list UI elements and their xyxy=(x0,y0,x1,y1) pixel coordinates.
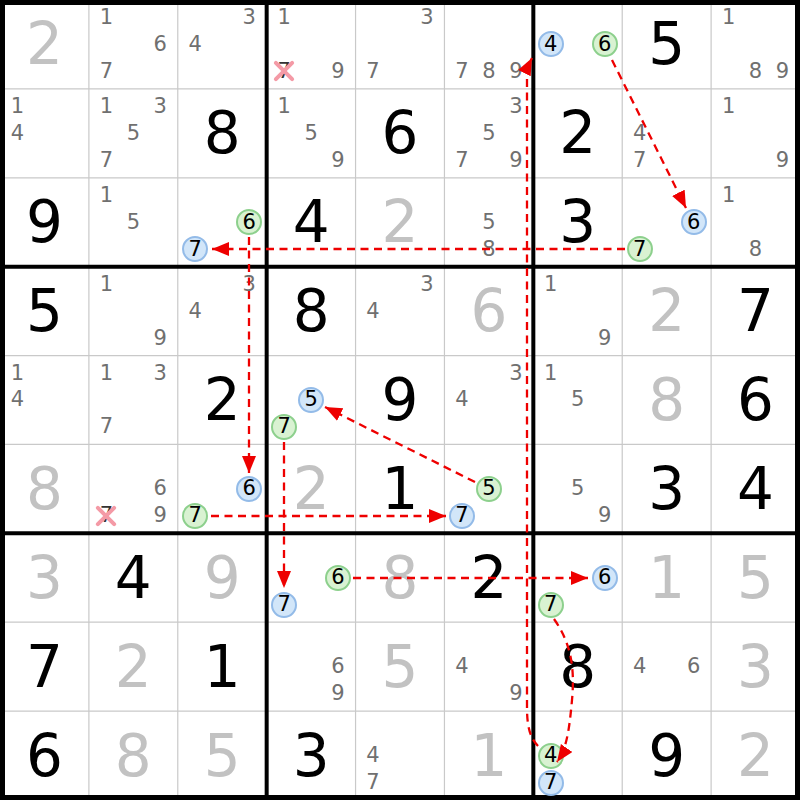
candidate-1: 1 xyxy=(537,274,564,295)
cell-r3c2[interactable]: 15 xyxy=(89,178,178,267)
cell-r5c1[interactable]: 14 xyxy=(0,356,89,445)
given-digit: 8 xyxy=(293,282,330,340)
candidate-8: 8 xyxy=(742,61,769,82)
given-digit: 7 xyxy=(737,282,774,340)
candidate-4-blue-circle: 4 xyxy=(538,31,564,57)
solved-digit: 1 xyxy=(470,727,507,785)
candidate-6-green-circle: 6 xyxy=(592,31,618,57)
cell-r7c2[interactable]: 4 xyxy=(89,533,178,622)
cell-r6c3[interactable]: 67 xyxy=(178,444,267,533)
candidate-3: 3 xyxy=(147,96,174,117)
cell-r5c9[interactable]: 6 xyxy=(711,356,800,445)
cell-r9c8[interactable]: 9 xyxy=(622,711,711,800)
candidate-4: 4 xyxy=(626,123,653,144)
candidate-7: 7 xyxy=(448,150,475,171)
cell-r3c7[interactable]: 3 xyxy=(533,178,622,267)
given-digit: 2 xyxy=(559,104,596,162)
solved-digit: 2 xyxy=(26,15,63,73)
cell-r7c6[interactable]: 2 xyxy=(444,533,533,622)
candidate-6-green-circle: 6 xyxy=(325,565,351,591)
candidate-5-blue-circle: 5 xyxy=(298,387,324,413)
cell-r9c5[interactable]: 47 xyxy=(356,711,445,800)
candidate-9: 9 xyxy=(769,150,796,171)
candidate-7-eliminated-x: 7 xyxy=(271,61,298,82)
candidate-7-blue-circle: 7 xyxy=(538,770,564,796)
candidate-9: 9 xyxy=(502,150,529,171)
candidate-7: 7 xyxy=(360,772,387,793)
candidate-9: 9 xyxy=(147,505,174,526)
given-digit: 3 xyxy=(648,460,685,518)
cell-r8c2[interactable]: 2 xyxy=(89,622,178,711)
candidate-4-green-circle: 4 xyxy=(538,743,564,769)
cell-r3c5[interactable]: 2 xyxy=(356,178,445,267)
candidate-7: 7 xyxy=(93,61,120,82)
candidate-5: 5 xyxy=(475,123,502,144)
cell-r6c7[interactable]: 59 xyxy=(533,444,622,533)
cell-r5c6[interactable]: 34 xyxy=(444,356,533,445)
given-digit: 6 xyxy=(737,371,774,429)
given-digit: 3 xyxy=(559,193,596,251)
cell-r7c9[interactable]: 5 xyxy=(711,533,800,622)
cell-r1c9[interactable]: 189 xyxy=(711,0,800,89)
candidate-7: 7 xyxy=(93,416,120,437)
cell-r6c1[interactable]: 8 xyxy=(0,444,89,533)
solved-digit: 8 xyxy=(382,549,419,607)
cell-r8c9[interactable]: 3 xyxy=(711,622,800,711)
candidate-3: 3 xyxy=(502,363,529,384)
candidate-4: 4 xyxy=(448,656,475,677)
cell-r9c6[interactable]: 1 xyxy=(444,711,533,800)
solved-digit: 5 xyxy=(737,549,774,607)
candidate-1: 1 xyxy=(93,185,120,206)
cell-r8c8[interactable]: 46 xyxy=(622,622,711,711)
cell-r3c6[interactable]: 58 xyxy=(444,178,533,267)
solved-digit: 2 xyxy=(382,193,419,251)
candidate-7: 7 xyxy=(360,61,387,82)
cell-r6c8[interactable]: 3 xyxy=(622,444,711,533)
cell-r2c4[interactable]: 159 xyxy=(267,89,356,178)
candidate-6-blue-circle: 6 xyxy=(681,209,707,235)
cell-r5c2[interactable]: 137 xyxy=(89,356,178,445)
candidate-4: 4 xyxy=(182,34,209,55)
cell-r2c2[interactable]: 1357 xyxy=(89,89,178,178)
cell-r5c5[interactable]: 9 xyxy=(356,356,445,445)
candidate-4: 4 xyxy=(4,389,31,410)
candidate-9: 9 xyxy=(591,328,618,349)
cell-r5c7[interactable]: 15 xyxy=(533,356,622,445)
candidate-5: 5 xyxy=(120,123,147,144)
cell-r2c6[interactable]: 3579 xyxy=(444,89,533,178)
cell-r4c3[interactable]: 34 xyxy=(178,267,267,356)
cell-r4c8[interactable]: 2 xyxy=(622,267,711,356)
candidate-4: 4 xyxy=(182,301,209,322)
candidate-1: 1 xyxy=(715,7,742,28)
given-digit: 9 xyxy=(648,727,685,785)
candidate-8: 8 xyxy=(475,61,502,82)
cell-r6c6[interactable]: 57 xyxy=(444,444,533,533)
sudoku-board: 2167341793778946518914135781596357924719… xyxy=(0,0,800,800)
solved-digit: 3 xyxy=(737,638,774,696)
cell-r9c2[interactable]: 8 xyxy=(89,711,178,800)
given-digit: 6 xyxy=(382,104,419,162)
given-digit: 7 xyxy=(26,638,63,696)
candidate-7-blue-circle: 7 xyxy=(449,503,475,529)
cell-r3c4[interactable]: 4 xyxy=(267,178,356,267)
cell-r3c1[interactable]: 9 xyxy=(0,178,89,267)
candidate-3: 3 xyxy=(413,274,440,295)
solved-digit: 2 xyxy=(115,638,152,696)
cell-r1c7[interactable]: 46 xyxy=(533,0,622,89)
cell-r3c8[interactable]: 67 xyxy=(622,178,711,267)
solved-digit: 2 xyxy=(293,460,330,518)
candidate-9: 9 xyxy=(325,683,352,704)
candidate-9: 9 xyxy=(591,505,618,526)
cell-r8c4[interactable]: 69 xyxy=(267,622,356,711)
cell-r7c7[interactable]: 67 xyxy=(533,533,622,622)
given-digit: 4 xyxy=(737,460,774,518)
candidate-7-green-circle: 7 xyxy=(627,236,653,262)
cell-r4c4[interactable]: 8 xyxy=(267,267,356,356)
given-digit: 8 xyxy=(204,104,241,162)
cell-r2c1[interactable]: 14 xyxy=(0,89,89,178)
cell-r4c1[interactable]: 5 xyxy=(0,267,89,356)
cell-r4c2[interactable]: 19 xyxy=(89,267,178,356)
solved-digit: 8 xyxy=(115,727,152,785)
solved-digit: 8 xyxy=(648,371,685,429)
solved-digit: 6 xyxy=(470,282,507,340)
cell-r1c3[interactable]: 34 xyxy=(178,0,267,89)
candidate-7-blue-circle: 7 xyxy=(271,592,297,618)
candidate-5: 5 xyxy=(475,212,502,233)
cell-r9c1[interactable]: 6 xyxy=(0,711,89,800)
cell-r4c9[interactable]: 7 xyxy=(711,267,800,356)
candidate-9: 9 xyxy=(502,61,529,82)
candidate-5: 5 xyxy=(298,123,325,144)
cell-r1c1[interactable]: 2 xyxy=(0,0,89,89)
candidate-5-green-circle: 5 xyxy=(476,476,502,502)
solved-digit: 1 xyxy=(648,549,685,607)
cell-r9c3[interactable]: 5 xyxy=(178,711,267,800)
candidate-1: 1 xyxy=(93,96,120,117)
candidate-5: 5 xyxy=(564,478,591,499)
candidate-8: 8 xyxy=(475,239,502,260)
given-digit: 8 xyxy=(559,638,596,696)
cell-r6c2[interactable]: 679 xyxy=(89,444,178,533)
candidate-3: 3 xyxy=(236,274,263,295)
candidate-9: 9 xyxy=(325,61,352,82)
cell-r1c8[interactable]: 5 xyxy=(622,0,711,89)
cell-r8c3[interactable]: 1 xyxy=(178,622,267,711)
cell-r2c8[interactable]: 47 xyxy=(622,89,711,178)
cell-r3c9[interactable]: 18 xyxy=(711,178,800,267)
cell-r6c5[interactable]: 1 xyxy=(356,444,445,533)
cell-r9c4[interactable]: 3 xyxy=(267,711,356,800)
candidate-6: 6 xyxy=(147,34,174,55)
candidate-1: 1 xyxy=(4,363,31,384)
solved-digit: 2 xyxy=(737,727,774,785)
candidate-4: 4 xyxy=(626,656,653,677)
given-digit: 1 xyxy=(204,638,241,696)
cell-r2c5[interactable]: 6 xyxy=(356,89,445,178)
candidate-5: 5 xyxy=(120,212,147,233)
candidate-1: 1 xyxy=(537,363,564,384)
candidate-9: 9 xyxy=(769,61,796,82)
candidate-6: 6 xyxy=(680,656,707,677)
solved-digit: 3 xyxy=(26,549,63,607)
given-digit: 4 xyxy=(293,193,330,251)
given-digit: 9 xyxy=(26,193,63,251)
cell-r6c4[interactable]: 2 xyxy=(267,444,356,533)
cell-r2c9[interactable]: 19 xyxy=(711,89,800,178)
given-digit: 2 xyxy=(204,371,241,429)
candidate-7-green-circle: 7 xyxy=(538,592,564,618)
given-digit: 2 xyxy=(470,549,507,607)
cell-r3c3[interactable]: 67 xyxy=(178,178,267,267)
cell-r5c4[interactable]: 57 xyxy=(267,356,356,445)
cell-r8c6[interactable]: 49 xyxy=(444,622,533,711)
cell-r8c1[interactable]: 7 xyxy=(0,622,89,711)
candidate-6: 6 xyxy=(325,656,352,677)
cell-r1c2[interactable]: 167 xyxy=(89,0,178,89)
cell-r4c6[interactable]: 6 xyxy=(444,267,533,356)
given-digit: 6 xyxy=(26,727,63,785)
candidate-3: 3 xyxy=(147,363,174,384)
candidate-9: 9 xyxy=(502,683,529,704)
candidate-6: 6 xyxy=(147,478,174,499)
given-digit: 5 xyxy=(26,282,63,340)
given-digit: 4 xyxy=(115,549,152,607)
candidate-4: 4 xyxy=(4,123,31,144)
candidate-5: 5 xyxy=(564,389,591,410)
cell-r5c8[interactable]: 8 xyxy=(622,356,711,445)
candidate-7-green-circle: 7 xyxy=(182,503,208,529)
candidate-9: 9 xyxy=(147,328,174,349)
cell-r8c7[interactable]: 8 xyxy=(533,622,622,711)
candidate-1: 1 xyxy=(93,7,120,28)
candidate-8: 8 xyxy=(742,239,769,260)
given-digit: 5 xyxy=(648,15,685,73)
cell-r9c7[interactable]: 47 xyxy=(533,711,622,800)
cell-r5c3[interactable]: 2 xyxy=(178,356,267,445)
solved-digit: 8 xyxy=(26,460,63,518)
cell-r4c7[interactable]: 19 xyxy=(533,267,622,356)
cell-r7c1[interactable]: 3 xyxy=(0,533,89,622)
solved-digit: 9 xyxy=(204,549,241,607)
candidate-7: 7 xyxy=(93,150,120,171)
candidate-1: 1 xyxy=(715,96,742,117)
cell-r1c4[interactable]: 179 xyxy=(267,0,356,89)
cell-r4c5[interactable]: 34 xyxy=(356,267,445,356)
candidate-7: 7 xyxy=(448,61,475,82)
given-digit: 1 xyxy=(382,460,419,518)
candidate-1: 1 xyxy=(271,96,298,117)
cell-r7c5[interactable]: 8 xyxy=(356,533,445,622)
candidate-1: 1 xyxy=(4,96,31,117)
cell-r2c3[interactable]: 8 xyxy=(178,89,267,178)
cell-r9c9[interactable]: 2 xyxy=(711,711,800,800)
cell-r2c7[interactable]: 2 xyxy=(533,89,622,178)
candidate-6-blue-circle: 6 xyxy=(592,565,618,591)
candidate-1: 1 xyxy=(271,7,298,28)
cell-r7c3[interactable]: 9 xyxy=(178,533,267,622)
cell-r1c5[interactable]: 37 xyxy=(356,0,445,89)
candidate-3: 3 xyxy=(236,7,263,28)
solved-digit: 5 xyxy=(204,727,241,785)
candidate-7-green-circle: 7 xyxy=(271,414,297,440)
candidate-7-eliminated-x: 7 xyxy=(93,505,120,526)
candidate-9: 9 xyxy=(325,150,352,171)
candidate-3: 3 xyxy=(413,7,440,28)
candidate-6-blue-circle: 6 xyxy=(236,476,262,502)
given-digit: 9 xyxy=(382,371,419,429)
solved-digit: 2 xyxy=(648,282,685,340)
cell-r7c4[interactable]: 67 xyxy=(267,533,356,622)
cell-r8c5[interactable]: 5 xyxy=(356,622,445,711)
candidate-1: 1 xyxy=(715,185,742,206)
cell-r7c8[interactable]: 1 xyxy=(622,533,711,622)
candidate-1: 1 xyxy=(93,274,120,295)
given-digit: 3 xyxy=(293,727,330,785)
candidate-4: 4 xyxy=(448,389,475,410)
cell-r1c6[interactable]: 789 xyxy=(444,0,533,89)
candidate-4: 4 xyxy=(360,745,387,766)
candidate-7-blue-circle: 7 xyxy=(182,236,208,262)
solved-digit: 5 xyxy=(382,638,419,696)
candidate-6-green-circle: 6 xyxy=(236,209,262,235)
candidate-1: 1 xyxy=(93,363,120,384)
cell-r6c9[interactable]: 4 xyxy=(711,444,800,533)
candidate-3: 3 xyxy=(502,96,529,117)
cell-grid: 2167341793778946518914135781596357924719… xyxy=(0,0,800,800)
candidate-4: 4 xyxy=(360,301,387,322)
candidate-7: 7 xyxy=(626,150,653,171)
